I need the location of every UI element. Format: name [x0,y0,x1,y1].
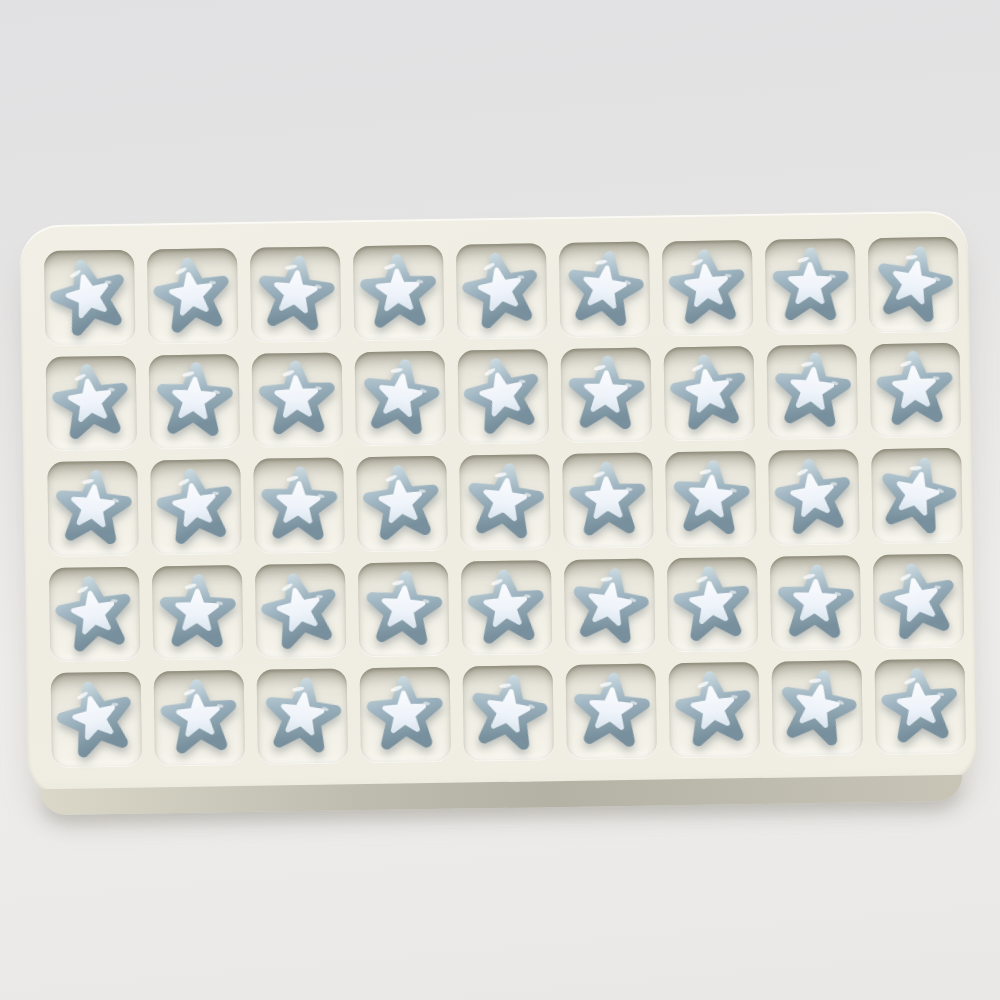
tray-well [44,250,135,345]
star-bead [144,456,248,560]
tray-well [257,669,348,764]
tray-well [255,563,346,658]
tray-front-edge [40,775,962,815]
tray-well [665,451,756,546]
tray-well [871,448,962,543]
star-bead [764,656,870,762]
star-bead [658,343,761,446]
tray-well [46,355,137,450]
star-bead [865,549,972,656]
tray-well [870,342,961,437]
tray-grid [44,237,958,767]
tray-well [154,670,245,765]
tray-well [353,245,444,340]
tray-well [355,350,446,445]
tray-well [250,246,341,341]
tray-well [873,554,964,649]
star-bead [458,560,555,657]
tray-well [51,672,142,767]
star-bead [42,666,151,775]
tray-well [147,248,238,343]
tray-well [874,659,965,754]
photo-backdrop [0,0,1000,1000]
star-bead [449,239,554,344]
tray-well [49,566,140,661]
star-bead [871,658,970,757]
star-bead [351,246,445,340]
star-bead [356,562,452,658]
star-bead [349,348,451,450]
star-bead [151,670,248,767]
star-bead [141,245,244,348]
star-bead [763,344,861,442]
tray-well [564,558,655,653]
tray-well [667,557,758,652]
tray-well [150,459,241,554]
tray-well [772,661,863,756]
star-bead [246,245,345,344]
tray-well [561,347,652,442]
tray-well [458,349,549,444]
star-bead [861,232,967,338]
star-bead [763,447,866,550]
star-bead [554,239,656,341]
star-bead [663,452,759,548]
star-bead [41,353,143,455]
star-bead [560,349,653,442]
tray-well [566,664,657,759]
star-bead [152,567,244,659]
tray-well [152,565,243,660]
tray-well [559,242,650,337]
star-bead [455,453,555,553]
star-bead [247,558,355,666]
star-bead [358,668,452,762]
bead-tray [20,211,977,800]
star-bead [457,663,560,766]
tray-well [358,562,449,657]
tray-well [669,662,760,757]
star-bead [663,555,763,655]
tray-well [767,344,858,439]
tray-well [149,354,240,449]
star-bead [44,461,142,559]
star-bead [563,664,659,760]
star-bead [252,459,345,552]
tray-well [356,456,447,551]
tray-well [253,458,344,553]
star-bead [35,243,145,353]
tray-well [459,454,550,549]
tray-well [456,243,547,338]
star-bead [43,563,147,667]
star-bead [769,557,862,650]
star-bead [449,343,557,451]
star-bead [558,555,661,658]
star-bead [250,353,344,447]
star-bead [867,343,963,439]
tray-well [662,240,753,335]
tray-well [770,555,861,650]
tray-well [664,346,755,441]
star-bead [352,454,452,554]
star-bead [147,355,242,450]
tray-well [47,461,138,556]
tray-well [463,666,554,761]
star-bead [658,239,757,338]
tray-well [562,453,653,548]
tray-well [765,238,856,333]
star-bead [252,667,352,767]
tray-well [868,237,959,332]
tray-well [461,560,552,655]
star-bead [561,454,655,548]
tray-well [252,352,343,447]
star-bead [664,660,766,762]
tray-well [768,450,859,545]
tray-well [360,667,451,762]
star-bead [863,442,971,550]
star-bead [766,242,856,332]
